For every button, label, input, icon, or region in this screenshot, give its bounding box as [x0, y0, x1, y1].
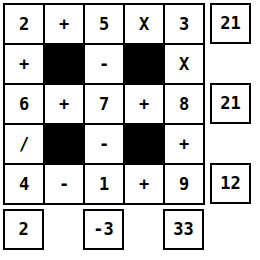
cell-r3c5-number[interactable]: 8: [164, 84, 204, 124]
col-result-5: 33: [163, 209, 204, 250]
cell-r4c5-operator[interactable]: +: [164, 124, 204, 164]
cell-r1c3-number[interactable]: 5: [84, 4, 124, 44]
blocked-cell-r2c4: [124, 44, 164, 84]
cell-r2c3-operator[interactable]: -: [84, 44, 124, 84]
row-result-3: 21: [210, 83, 251, 124]
cell-r1c5-number[interactable]: 3: [164, 4, 204, 44]
cell-r3c4-operator[interactable]: +: [124, 84, 164, 124]
main-grid: 2 + 5 X 3 + - X 6 + 7 + 8 / - + 4 - 1 + …: [3, 3, 205, 205]
blocked-cell-r2c2: [44, 44, 84, 84]
col-result-1: 2: [3, 209, 44, 250]
cell-r1c1-number[interactable]: 2: [4, 4, 44, 44]
cell-r4c3-operator[interactable]: -: [84, 124, 124, 164]
cell-r2c1-operator[interactable]: +: [4, 44, 44, 84]
cross-math-puzzle: 2 + 5 X 3 + - X 6 + 7 + 8 / - + 4 - 1 + …: [0, 0, 260, 260]
cell-r3c1-number[interactable]: 6: [4, 84, 44, 124]
cell-r2c5-operator[interactable]: X: [164, 44, 204, 84]
blocked-cell-r4c2: [44, 124, 84, 164]
row-result-1: 21: [210, 3, 251, 44]
cell-r5c2-operator[interactable]: -: [44, 164, 84, 204]
cell-r5c3-number[interactable]: 1: [84, 164, 124, 204]
cell-r5c5-number[interactable]: 9: [164, 164, 204, 204]
cell-r1c2-operator[interactable]: +: [44, 4, 84, 44]
col-result-3: -3: [83, 209, 124, 250]
cell-r3c2-operator[interactable]: +: [44, 84, 84, 124]
row-result-5: 12: [210, 163, 251, 204]
cell-r3c3-number[interactable]: 7: [84, 84, 124, 124]
blocked-cell-r4c4: [124, 124, 164, 164]
cell-r5c1-number[interactable]: 4: [4, 164, 44, 204]
cell-r4c1-operator[interactable]: /: [4, 124, 44, 164]
cell-r5c4-operator[interactable]: +: [124, 164, 164, 204]
cell-r1c4-operator[interactable]: X: [124, 4, 164, 44]
